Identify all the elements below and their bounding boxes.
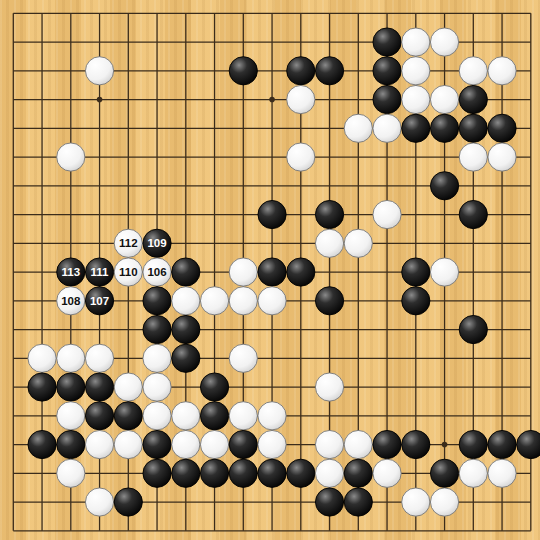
stone-black [373,85,401,113]
stone-black [143,459,171,487]
stone-black [258,459,286,487]
stone-black [143,315,171,343]
stone-black [229,430,257,458]
stone-white [143,402,171,430]
stone-black [85,373,113,401]
stone-white [172,430,200,458]
stone-white [373,114,401,142]
stone-black [143,287,171,315]
stone-black [459,85,487,113]
stone-black [229,459,257,487]
stone-black [57,373,85,401]
star-point [97,97,103,103]
stone-white [85,57,113,85]
go-board-grid: 106107108109110111112113 [0,0,540,540]
stone-white [430,28,458,56]
stone-black [315,488,343,516]
stone-black [402,258,430,286]
stone-white [28,344,56,372]
stone-white [287,143,315,171]
stone-black [402,287,430,315]
stone-black [172,258,200,286]
stone-white [402,488,430,516]
stone-black [287,459,315,487]
stone-white [143,344,171,372]
stone-black [28,430,56,458]
move-number-112: 112 [119,237,138,249]
go-board[interactable]: 106107108109110111112113 [0,0,540,540]
move-number-106: 106 [147,266,166,278]
stone-black [114,402,142,430]
stone-white [488,143,516,171]
stone-black [373,57,401,85]
move-number-107: 107 [90,295,109,307]
stone-black [344,488,372,516]
stone-white [373,200,401,228]
stone-black [143,430,171,458]
stone-black [373,430,401,458]
stone-black [430,459,458,487]
stone-white [57,459,85,487]
stone-white [459,459,487,487]
stone-white [85,488,113,516]
stone-white [344,229,372,257]
move-number-111: 111 [91,266,110,278]
stone-white [430,258,458,286]
stone-white [315,459,343,487]
stone-white [85,430,113,458]
stone-black [287,258,315,286]
stone-white [287,85,315,113]
stone-white [114,430,142,458]
stone-black [488,114,516,142]
stone-white [172,402,200,430]
stone-black [172,459,200,487]
stone-black [430,172,458,200]
stone-black [373,28,401,56]
stone-white [57,143,85,171]
stone-white [85,344,113,372]
stone-white [229,402,257,430]
move-number-110: 110 [119,266,138,278]
stone-black [488,430,516,458]
stone-white [143,373,171,401]
stone-black [114,488,142,516]
stone-black [85,402,113,430]
stone-white [459,57,487,85]
stone-black [200,373,228,401]
stone-white [229,258,257,286]
stone-white [229,344,257,372]
stone-black [344,459,372,487]
stone-black [430,114,458,142]
move-number-109: 109 [147,237,166,249]
stone-white [402,85,430,113]
stone-white [258,402,286,430]
star-point [442,442,448,448]
stone-white [315,430,343,458]
stone-black [517,430,540,458]
stone-white [57,402,85,430]
stone-white [488,459,516,487]
stone-white [172,287,200,315]
stone-white [344,114,372,142]
star-point [269,97,275,103]
stone-white [402,57,430,85]
stone-white [258,430,286,458]
stone-white [200,430,228,458]
stone-white [114,373,142,401]
stone-black [459,114,487,142]
stone-black [315,57,343,85]
stone-black [459,315,487,343]
stone-white [200,287,228,315]
stone-white [402,28,430,56]
stone-black [229,57,257,85]
stone-black [287,57,315,85]
stone-black [258,258,286,286]
stone-black [315,287,343,315]
stone-black [402,430,430,458]
stone-black [459,430,487,458]
stone-black [172,315,200,343]
stone-white [488,57,516,85]
stone-black [200,459,228,487]
stone-white [344,430,372,458]
stone-white [229,287,257,315]
stone-white [430,488,458,516]
stone-black [258,200,286,228]
stone-white [430,85,458,113]
stone-black [315,200,343,228]
go-board-screenshot: 106107108109110111112113 [0,0,540,540]
stone-white [315,373,343,401]
move-number-108: 108 [61,295,81,307]
stone-black [57,430,85,458]
stone-white [57,344,85,372]
move-number-113: 113 [62,266,81,278]
stone-black [28,373,56,401]
stone-black [402,114,430,142]
stone-black [459,200,487,228]
stone-black [172,344,200,372]
stone-white [373,459,401,487]
stone-white [258,287,286,315]
stone-white [459,143,487,171]
stone-black [200,402,228,430]
stone-white [315,229,343,257]
